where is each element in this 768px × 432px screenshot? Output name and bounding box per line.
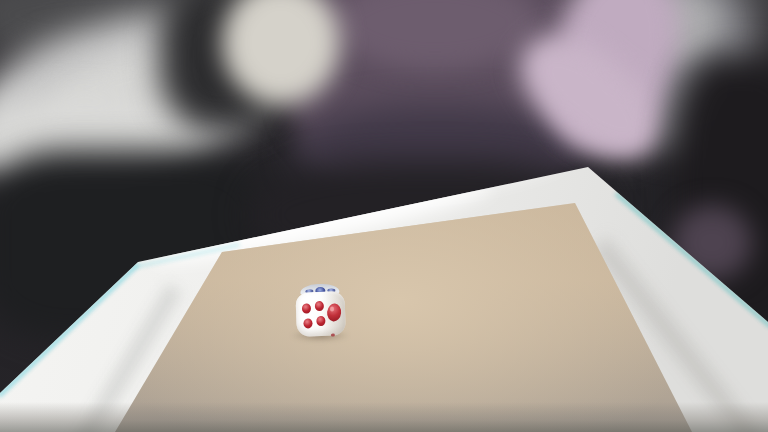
dice-photo-scene <box>0 0 768 432</box>
red-pip-four-face <box>303 318 312 328</box>
front-defocus-band <box>0 402 768 432</box>
die-body <box>295 291 346 337</box>
red-pip-four-face <box>302 303 311 313</box>
die <box>295 282 346 337</box>
pip-glint <box>330 307 334 312</box>
